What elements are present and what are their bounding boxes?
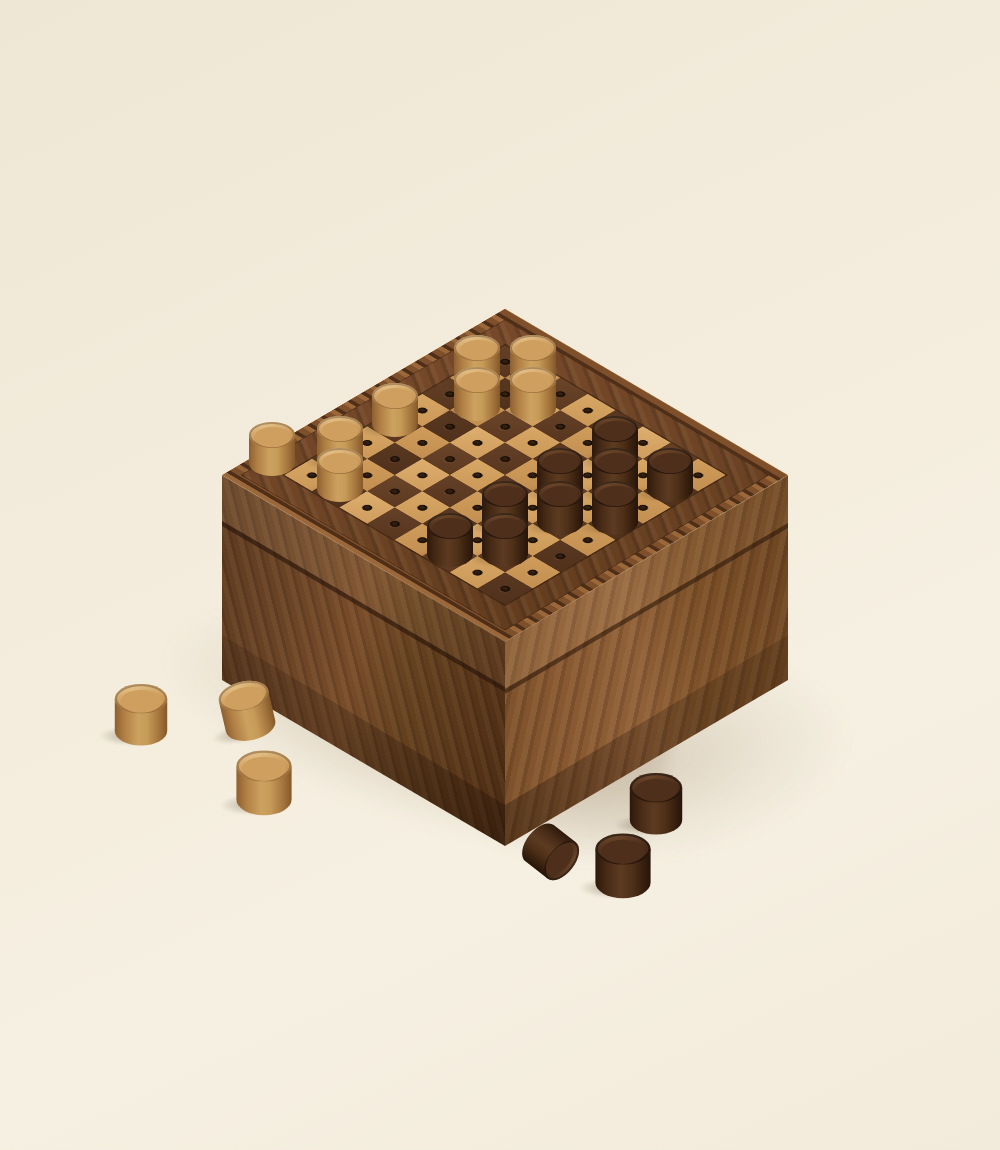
peg-hole xyxy=(498,455,512,463)
peg-hole xyxy=(581,471,595,479)
peg-hole xyxy=(498,422,512,430)
peg-hole xyxy=(443,519,457,527)
peg-hole xyxy=(415,471,429,479)
peg-hole xyxy=(553,422,567,430)
peg-hole xyxy=(553,552,567,560)
peg-hole xyxy=(526,503,540,511)
peg-hole xyxy=(443,455,457,463)
peg-hole xyxy=(498,487,512,495)
peg-hole xyxy=(498,519,512,527)
peg-hole xyxy=(388,422,402,430)
peg-hole xyxy=(526,536,540,544)
peg-hole xyxy=(526,438,540,446)
peg-hole xyxy=(663,487,677,495)
peg-hole xyxy=(526,568,540,576)
peg-hole xyxy=(636,471,650,479)
peg-hole xyxy=(415,406,429,414)
peg-hole xyxy=(415,438,429,446)
peg-hole xyxy=(360,471,374,479)
peg-hole xyxy=(470,406,484,414)
peg-hole xyxy=(388,455,402,463)
peg-hole xyxy=(470,568,484,576)
peg-hole xyxy=(608,487,622,495)
peg-hole xyxy=(608,519,622,527)
peg-hole xyxy=(388,487,402,495)
peg-hole xyxy=(443,422,457,430)
peg-hole xyxy=(553,487,567,495)
peg-hole xyxy=(470,374,484,382)
peg-hole xyxy=(526,406,540,414)
peg-hole xyxy=(526,374,540,382)
peg-hole xyxy=(360,438,374,446)
peg-hole xyxy=(498,357,512,365)
peg-hole xyxy=(443,390,457,398)
peg-hole xyxy=(360,503,374,511)
peg-hole xyxy=(581,406,595,414)
peg-hole xyxy=(663,455,677,463)
peg-hole xyxy=(498,584,512,592)
peg-hole xyxy=(553,455,567,463)
peg-hole xyxy=(470,438,484,446)
peg-hole xyxy=(470,536,484,544)
product-photo-scene: ●●●●●●●●●●●●●●●●●●●●●●● xyxy=(0,0,1000,1150)
peg-hole xyxy=(305,471,319,479)
peg-hole xyxy=(636,503,650,511)
peg-hole xyxy=(553,519,567,527)
peg-hole xyxy=(332,487,346,495)
peg-hole xyxy=(415,536,429,544)
peg-hole xyxy=(415,503,429,511)
peg-hole xyxy=(443,487,457,495)
peg-hole xyxy=(498,390,512,398)
peg-hole xyxy=(388,519,402,527)
peg-hole xyxy=(526,471,540,479)
peg-hole xyxy=(470,503,484,511)
peg-hole xyxy=(553,390,567,398)
peg-hole xyxy=(581,536,595,544)
peg-hole xyxy=(608,455,622,463)
peg-hole xyxy=(470,471,484,479)
peg-hole xyxy=(443,552,457,560)
peg-hole xyxy=(498,552,512,560)
peg-hole xyxy=(581,438,595,446)
peg-hole xyxy=(332,455,346,463)
peg-hole xyxy=(636,438,650,446)
peg-hole xyxy=(691,471,705,479)
peg-hole xyxy=(608,422,622,430)
peg-hole xyxy=(581,503,595,511)
